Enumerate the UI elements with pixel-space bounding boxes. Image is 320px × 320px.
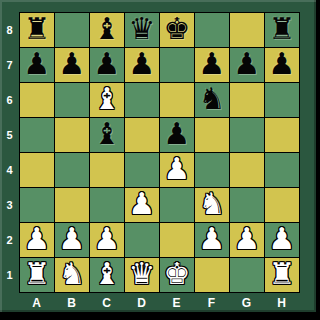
square-e2[interactable] <box>160 223 194 257</box>
square-g3[interactable] <box>230 188 264 222</box>
square-b7[interactable]: ♟ <box>55 48 89 82</box>
square-d3[interactable]: ♟ <box>125 188 159 222</box>
file-label-g: G <box>229 294 264 312</box>
rank-labels: 87654321 <box>0 12 19 292</box>
square-g7[interactable]: ♟ <box>230 48 264 82</box>
square-h4[interactable] <box>265 153 299 187</box>
square-d2[interactable] <box>125 223 159 257</box>
square-f4[interactable] <box>195 153 229 187</box>
square-h7[interactable]: ♟ <box>265 48 299 82</box>
square-b4[interactable] <box>55 153 89 187</box>
square-d5[interactable] <box>125 118 159 152</box>
piece-white-bishop: ♝ <box>94 259 121 289</box>
rank-label-5: 5 <box>0 117 19 152</box>
piece-white-pawn: ♟ <box>164 154 191 184</box>
square-h2[interactable]: ♟ <box>265 223 299 257</box>
square-h6[interactable] <box>265 83 299 117</box>
square-f7[interactable]: ♟ <box>195 48 229 82</box>
square-c5[interactable]: ♝ <box>90 118 124 152</box>
piece-white-rook: ♜ <box>24 259 51 289</box>
square-c2[interactable]: ♟ <box>90 223 124 257</box>
square-e4[interactable]: ♟ <box>160 153 194 187</box>
piece-black-pawn: ♟ <box>199 49 226 79</box>
square-a6[interactable] <box>20 83 54 117</box>
rank-label-4: 4 <box>0 152 19 187</box>
piece-black-pawn: ♟ <box>24 49 51 79</box>
piece-white-pawn: ♟ <box>199 224 226 254</box>
file-label-c: C <box>89 294 124 312</box>
square-g5[interactable] <box>230 118 264 152</box>
square-f5[interactable] <box>195 118 229 152</box>
square-f8[interactable] <box>195 13 229 47</box>
square-g6[interactable] <box>230 83 264 117</box>
square-e3[interactable] <box>160 188 194 222</box>
square-f2[interactable]: ♟ <box>195 223 229 257</box>
board-frame: 87654321 ♜♝♛♚♜♟♟♟♟♟♟♟♝♞♝♟♟♟♞♟♟♟♟♟♟♜♞♝♛♚♜… <box>0 0 320 320</box>
file-labels: ABCDEFGH <box>19 294 300 312</box>
square-g1[interactable] <box>230 258 264 292</box>
rank-label-2: 2 <box>0 222 19 257</box>
piece-white-pawn: ♟ <box>94 224 121 254</box>
piece-black-pawn: ♟ <box>164 119 191 149</box>
rank-label-6: 6 <box>0 82 19 117</box>
square-a5[interactable] <box>20 118 54 152</box>
piece-black-pawn: ♟ <box>59 49 86 79</box>
square-a7[interactable]: ♟ <box>20 48 54 82</box>
square-b3[interactable] <box>55 188 89 222</box>
square-c3[interactable] <box>90 188 124 222</box>
piece-white-pawn: ♟ <box>129 189 156 219</box>
square-c4[interactable] <box>90 153 124 187</box>
piece-white-knight: ♞ <box>199 189 226 219</box>
square-c7[interactable]: ♟ <box>90 48 124 82</box>
piece-white-pawn: ♟ <box>59 224 86 254</box>
rank-label-1: 1 <box>0 257 19 292</box>
file-label-a: A <box>19 294 54 312</box>
square-d7[interactable]: ♟ <box>125 48 159 82</box>
square-h3[interactable] <box>265 188 299 222</box>
square-f3[interactable]: ♞ <box>195 188 229 222</box>
square-g8[interactable] <box>230 13 264 47</box>
chessboard: ♜♝♛♚♜♟♟♟♟♟♟♟♝♞♝♟♟♟♞♟♟♟♟♟♟♜♞♝♛♚♜ <box>19 12 300 293</box>
file-label-e: E <box>159 294 194 312</box>
piece-black-pawn: ♟ <box>129 49 156 79</box>
piece-white-rook: ♜ <box>269 259 296 289</box>
square-f1[interactable] <box>195 258 229 292</box>
square-f6[interactable]: ♞ <box>195 83 229 117</box>
square-d8[interactable]: ♛ <box>125 13 159 47</box>
square-a4[interactable] <box>20 153 54 187</box>
piece-white-pawn: ♟ <box>234 224 261 254</box>
square-a3[interactable] <box>20 188 54 222</box>
square-b1[interactable]: ♞ <box>55 258 89 292</box>
square-h5[interactable] <box>265 118 299 152</box>
rank-label-3: 3 <box>0 187 19 222</box>
piece-black-knight: ♞ <box>199 84 226 114</box>
piece-white-pawn: ♟ <box>24 224 51 254</box>
piece-black-bishop: ♝ <box>94 119 121 149</box>
piece-black-king: ♚ <box>164 14 191 44</box>
piece-white-pawn: ♟ <box>269 224 296 254</box>
square-d4[interactable] <box>125 153 159 187</box>
square-e1[interactable]: ♚ <box>160 258 194 292</box>
square-e5[interactable]: ♟ <box>160 118 194 152</box>
file-label-h: H <box>264 294 299 312</box>
rank-label-7: 7 <box>0 47 19 82</box>
piece-black-rook: ♜ <box>269 14 296 44</box>
square-h8[interactable]: ♜ <box>265 13 299 47</box>
square-a8[interactable]: ♜ <box>20 13 54 47</box>
square-e6[interactable] <box>160 83 194 117</box>
piece-black-bishop: ♝ <box>94 14 121 44</box>
square-e8[interactable]: ♚ <box>160 13 194 47</box>
file-label-b: B <box>54 294 89 312</box>
piece-black-queen: ♛ <box>129 14 156 44</box>
square-c6[interactable]: ♝ <box>90 83 124 117</box>
piece-black-pawn: ♟ <box>269 49 296 79</box>
square-a2[interactable]: ♟ <box>20 223 54 257</box>
square-c8[interactable]: ♝ <box>90 13 124 47</box>
square-g2[interactable]: ♟ <box>230 223 264 257</box>
file-label-d: D <box>124 294 159 312</box>
piece-white-king: ♚ <box>164 259 191 289</box>
piece-black-rook: ♜ <box>24 14 51 44</box>
square-b6[interactable] <box>55 83 89 117</box>
square-b5[interactable] <box>55 118 89 152</box>
square-e7[interactable] <box>160 48 194 82</box>
square-b8[interactable] <box>55 13 89 47</box>
file-label-f: F <box>194 294 229 312</box>
square-g4[interactable] <box>230 153 264 187</box>
square-h1[interactable]: ♜ <box>265 258 299 292</box>
square-d6[interactable] <box>125 83 159 117</box>
piece-black-pawn: ♟ <box>234 49 261 79</box>
square-a1[interactable]: ♜ <box>20 258 54 292</box>
piece-white-knight: ♞ <box>59 259 86 289</box>
piece-white-queen: ♛ <box>129 259 156 289</box>
square-d1[interactable]: ♛ <box>125 258 159 292</box>
piece-white-bishop: ♝ <box>94 84 121 114</box>
square-c1[interactable]: ♝ <box>90 258 124 292</box>
piece-black-pawn: ♟ <box>94 49 121 79</box>
square-b2[interactable]: ♟ <box>55 223 89 257</box>
rank-label-8: 8 <box>0 12 19 47</box>
